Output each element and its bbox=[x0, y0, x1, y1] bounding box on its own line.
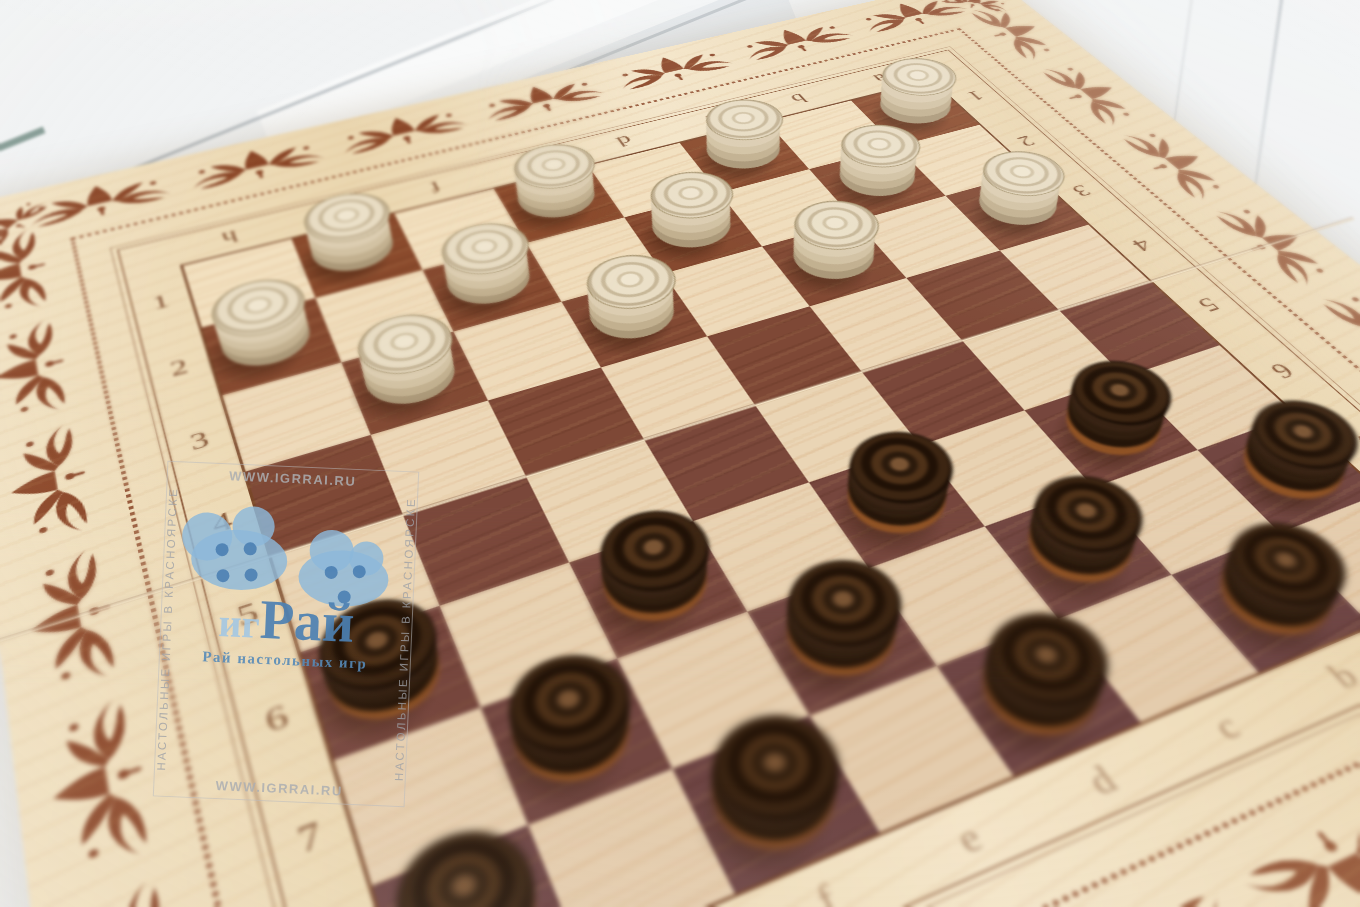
scene: hgfedcba hgfedcba 12345678 12345678 bbox=[0, 0, 1360, 907]
dark-checker-c7[interactable] bbox=[986, 488, 1174, 620]
checkers-board: hgfedcba hgfedcba 12345678 12345678 bbox=[0, 0, 1360, 907]
photo-stage: hgfedcba hgfedcba 12345678 12345678 WWW.… bbox=[0, 0, 1360, 907]
checker-top-face bbox=[384, 813, 550, 907]
dark-checker-h6[interactable] bbox=[297, 607, 477, 763]
dark-checker-a7[interactable] bbox=[1200, 415, 1360, 533]
dark-checker-g7[interactable] bbox=[478, 660, 672, 828]
dark-checker-h8[interactable] bbox=[369, 828, 580, 907]
